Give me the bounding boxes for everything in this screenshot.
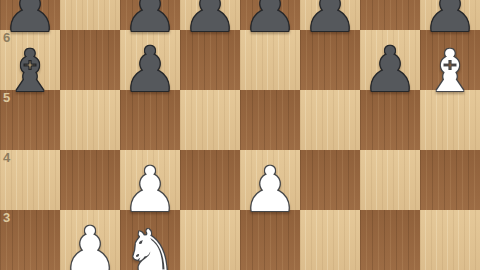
square-f5[interactable] [300, 90, 360, 150]
square-f3[interactable] [300, 210, 360, 270]
square-g6[interactable]: ♟ [360, 30, 420, 90]
black-pawn-icon[interactable]: ♟ [2, 0, 58, 41]
rank-label-4: 4 [3, 151, 10, 164]
square-f7[interactable]: ♟ [300, 0, 360, 30]
square-a6[interactable]: 6♝ [0, 30, 60, 90]
black-pawn-icon[interactable]: ♟ [182, 0, 238, 41]
square-g4[interactable] [360, 150, 420, 210]
black-bishop-icon[interactable]: ♝ [4, 42, 56, 100]
square-c7[interactable]: ♟ [120, 0, 180, 30]
square-d4[interactable] [180, 150, 240, 210]
black-pawn-icon[interactable]: ♟ [242, 0, 298, 41]
square-c4[interactable]: ♟ [120, 150, 180, 210]
square-a3[interactable]: 3 [0, 210, 60, 270]
square-d5[interactable] [180, 90, 240, 150]
black-pawn-icon[interactable]: ♟ [122, 39, 178, 101]
white-pawn-icon[interactable]: ♟ [62, 219, 118, 270]
square-d3[interactable] [180, 210, 240, 270]
white-pawn-icon[interactable]: ♟ [242, 159, 298, 221]
square-e5[interactable] [240, 90, 300, 150]
square-h3[interactable] [420, 210, 480, 270]
black-pawn-icon[interactable]: ♟ [422, 0, 478, 41]
square-h4[interactable] [420, 150, 480, 210]
square-c6[interactable]: ♟ [120, 30, 180, 90]
square-e4[interactable]: ♟ [240, 150, 300, 210]
square-c3[interactable]: ♞ [120, 210, 180, 270]
square-b3[interactable]: ♟ [60, 210, 120, 270]
square-a7[interactable]: ♟ [0, 0, 60, 30]
square-g7[interactable] [360, 0, 420, 30]
black-pawn-icon[interactable]: ♟ [362, 39, 418, 101]
rank-label-3: 3 [3, 211, 10, 224]
square-b7[interactable] [60, 0, 120, 30]
white-knight-icon[interactable]: ♞ [124, 222, 176, 270]
square-a4[interactable]: 4 [0, 150, 60, 210]
white-bishop-icon[interactable]: ♝ [424, 42, 476, 100]
square-g3[interactable] [360, 210, 420, 270]
square-b6[interactable] [60, 30, 120, 90]
square-e7[interactable]: ♟ [240, 0, 300, 30]
square-f4[interactable] [300, 150, 360, 210]
chess-board-viewport: ♟♟♟♟♟♟6♝♟♟♝54♟♟3♟♞ [0, 0, 480, 270]
chess-board-grid: ♟♟♟♟♟♟6♝♟♟♝54♟♟3♟♞ [0, 0, 480, 270]
white-pawn-icon[interactable]: ♟ [122, 159, 178, 221]
square-b4[interactable] [60, 150, 120, 210]
black-pawn-icon[interactable]: ♟ [302, 0, 358, 41]
square-h7[interactable]: ♟ [420, 0, 480, 30]
square-b5[interactable] [60, 90, 120, 150]
square-d7[interactable]: ♟ [180, 0, 240, 30]
square-h6[interactable]: ♝ [420, 30, 480, 90]
